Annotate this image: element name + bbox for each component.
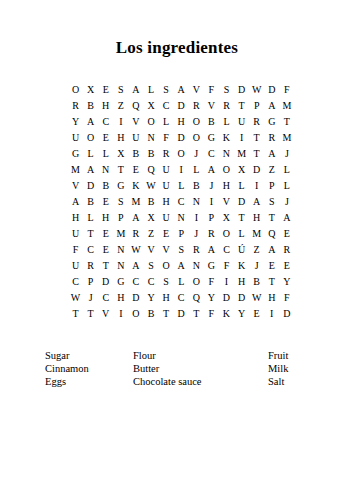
grid-cell: S	[113, 194, 128, 210]
grid-cell: H	[113, 130, 128, 146]
grid-cell: X	[143, 210, 158, 226]
grid-cell: C	[159, 98, 174, 114]
word-list-item: Eggs	[45, 375, 89, 388]
grid-cell: S	[159, 274, 174, 290]
grid-cell: J	[189, 146, 204, 162]
grid-cell: O	[189, 274, 204, 290]
grid-cell: C	[98, 290, 113, 306]
grid-cell: W	[249, 290, 264, 306]
grid-cell: A	[128, 258, 143, 274]
grid-cell: V	[189, 82, 204, 98]
grid-cell: R	[204, 226, 219, 242]
grid-cell: H	[113, 290, 128, 306]
grid-cell: G	[264, 114, 279, 130]
grid-cell: T	[249, 146, 264, 162]
grid-cell: C	[128, 274, 143, 290]
grid-cell: A	[249, 194, 264, 210]
grid-cell: Q	[264, 226, 279, 242]
grid-cell: K	[219, 130, 234, 146]
grid-cell: V	[159, 242, 174, 258]
grid-cell: Ú	[234, 242, 249, 258]
grid-cell: M	[249, 226, 264, 242]
grid-cell: R	[83, 258, 98, 274]
grid-cell: P	[174, 226, 189, 242]
grid-cell: E	[98, 130, 113, 146]
grid-cell: L	[234, 226, 249, 242]
grid-cell: L	[219, 114, 234, 130]
grid-cell: N	[219, 146, 234, 162]
grid-cell: X	[234, 162, 249, 178]
grid-cell: R	[264, 130, 279, 146]
grid-cell: X	[143, 98, 158, 114]
grid-cell: T	[68, 306, 83, 322]
grid-cell: O	[189, 130, 204, 146]
grid-cell: H	[219, 178, 234, 194]
grid-cell: P	[113, 210, 128, 226]
grid-cell: L	[234, 178, 249, 194]
grid-cell: I	[113, 306, 128, 322]
word-search-grid: OXESALSAVFSDWDFRBHZQXCDRVRTPAMYACIVOLHOB…	[68, 82, 294, 322]
grid-cell: A	[83, 114, 98, 130]
grid-cell: R	[128, 226, 143, 242]
grid-cell: P	[204, 210, 219, 226]
grid-cell: N	[113, 242, 128, 258]
grid-cell: B	[189, 178, 204, 194]
grid-cell: G	[113, 178, 128, 194]
grid-cell: A	[204, 162, 219, 178]
grid-cell: M	[113, 226, 128, 242]
grid-cell: B	[83, 98, 98, 114]
grid-cell: O	[128, 306, 143, 322]
grid-cell: Z	[113, 98, 128, 114]
page-title: Los ingredientes	[0, 38, 354, 58]
word-list-column-3: FruitMilkSalt	[268, 349, 288, 388]
grid-cell: D	[128, 290, 143, 306]
grid-cell: T	[159, 306, 174, 322]
grid-cell: S	[143, 258, 158, 274]
grid-cell: L	[174, 178, 189, 194]
grid-cell: R	[219, 98, 234, 114]
grid-cell: W	[68, 290, 83, 306]
grid-cell: A	[68, 194, 83, 210]
grid-cell: S	[264, 194, 279, 210]
grid-cell: Y	[234, 306, 249, 322]
grid-cell: J	[249, 258, 264, 274]
grid-cell: N	[174, 210, 189, 226]
grid-cell: E	[128, 162, 143, 178]
grid-cell: C	[174, 194, 189, 210]
grid-cell: L	[83, 210, 98, 226]
grid-cell: R	[249, 114, 264, 130]
grid-cell: A	[264, 242, 279, 258]
grid-cell: I	[234, 130, 249, 146]
grid-cell: U	[128, 130, 143, 146]
grid-cell: P	[264, 178, 279, 194]
grid-cell: X	[83, 82, 98, 98]
grid-cell: H	[174, 114, 189, 130]
grid-cell: F	[159, 130, 174, 146]
grid-cell: L	[143, 82, 158, 98]
grid-cell: T	[234, 98, 249, 114]
grid-cell: F	[68, 242, 83, 258]
grid-cell: F	[279, 290, 294, 306]
grid-cell: V	[128, 114, 143, 130]
grid-cell: D	[249, 162, 264, 178]
grid-cell: D	[234, 194, 249, 210]
grid-cell: E	[98, 194, 113, 210]
word-list-item: Cinnamon	[45, 362, 89, 375]
grid-cell: D	[264, 82, 279, 98]
grid-cell: Q	[128, 98, 143, 114]
grid-cell: I	[174, 162, 189, 178]
grid-cell: B	[98, 178, 113, 194]
grid-cell: M	[68, 162, 83, 178]
grid-cell: B	[143, 146, 158, 162]
grid-cell: A	[174, 258, 189, 274]
grid-cell: T	[83, 306, 98, 322]
grid-cell: U	[234, 114, 249, 130]
grid-cell: N	[98, 162, 113, 178]
grid-cell: U	[68, 226, 83, 242]
grid-cell: D	[174, 98, 189, 114]
grid-cell: R	[68, 98, 83, 114]
grid-cell: L	[83, 146, 98, 162]
grid-cell: D	[234, 290, 249, 306]
grid-cell: J	[279, 146, 294, 162]
grid-cell: Y	[68, 114, 83, 130]
grid-cell: A	[264, 98, 279, 114]
grid-cell: O	[174, 146, 189, 162]
grid-cell: H	[264, 290, 279, 306]
grid-cell: F	[204, 82, 219, 98]
grid-cell: F	[204, 306, 219, 322]
grid-cell: Y	[143, 290, 158, 306]
grid-cell: L	[189, 162, 204, 178]
grid-cell: C	[204, 146, 219, 162]
grid-cell: U	[159, 162, 174, 178]
grid-cell: T	[264, 210, 279, 226]
grid-cell: H	[249, 210, 264, 226]
grid-cell: K	[219, 306, 234, 322]
grid-cell: E	[279, 226, 294, 242]
grid-cell: D	[98, 274, 113, 290]
grid-cell: S	[174, 242, 189, 258]
grid-cell: H	[159, 290, 174, 306]
grid-cell: Y	[279, 274, 294, 290]
grid-cell: F	[204, 274, 219, 290]
grid-cell: V	[219, 194, 234, 210]
grid-cell: V	[143, 242, 158, 258]
grid-cell: R	[279, 242, 294, 258]
grid-cell: J	[83, 290, 98, 306]
grid-cell: A	[83, 162, 98, 178]
word-list-item: Flour	[133, 349, 202, 362]
grid-cell: M	[279, 130, 294, 146]
grid-cell: O	[219, 226, 234, 242]
grid-cell: I	[249, 178, 264, 194]
word-list-item: Chocolate sauce	[133, 375, 202, 388]
grid-cell: T	[83, 226, 98, 242]
grid-cell: S	[219, 82, 234, 98]
grid-cell: S	[113, 82, 128, 98]
grid-cell: E	[98, 82, 113, 98]
word-list-item: Butter	[133, 362, 202, 375]
grid-cell: T	[98, 258, 113, 274]
grid-cell: K	[128, 178, 143, 194]
grid-cell: I	[204, 194, 219, 210]
grid-cell: O	[189, 114, 204, 130]
grid-cell: M	[234, 146, 249, 162]
grid-cell: H	[98, 98, 113, 114]
grid-cell: J	[279, 194, 294, 210]
grid-cell: A	[204, 242, 219, 258]
grid-cell: I	[264, 306, 279, 322]
grid-cell: X	[113, 146, 128, 162]
grid-cell: T	[113, 162, 128, 178]
grid-cell: D	[174, 130, 189, 146]
grid-cell: O	[68, 82, 83, 98]
grid-cell: W	[128, 242, 143, 258]
grid-cell: G	[68, 146, 83, 162]
grid-cell: I	[219, 274, 234, 290]
grid-cell: T	[264, 274, 279, 290]
word-list-item: Sugar	[45, 349, 89, 362]
grid-cell: S	[159, 82, 174, 98]
grid-cell: C	[219, 242, 234, 258]
grid-cell: N	[189, 258, 204, 274]
grid-cell: B	[249, 274, 264, 290]
grid-cell: C	[68, 274, 83, 290]
grid-cell: V	[68, 178, 83, 194]
worksheet-page: Los ingredientes OXESALSAVFSDWDFRBHZQXCD…	[0, 0, 354, 500]
grid-cell: X	[219, 210, 234, 226]
grid-cell: R	[189, 242, 204, 258]
grid-cell: U	[159, 210, 174, 226]
grid-cell: J	[204, 178, 219, 194]
grid-cell: D	[279, 306, 294, 322]
grid-cell: C	[174, 290, 189, 306]
grid-cell: E	[264, 258, 279, 274]
grid-cell: I	[113, 114, 128, 130]
grid-cell: N	[189, 194, 204, 210]
grid-cell: U	[68, 258, 83, 274]
grid-cell: U	[68, 130, 83, 146]
grid-cell: L	[279, 162, 294, 178]
grid-cell: C	[98, 114, 113, 130]
grid-cell: F	[219, 258, 234, 274]
grid-cell: G	[113, 274, 128, 290]
word-list-item: Salt	[268, 375, 288, 388]
grid-cell: J	[189, 226, 204, 242]
grid-cell: Z	[143, 226, 158, 242]
grid-cell: T	[249, 130, 264, 146]
word-list-column-1: SugarCinnamonEggs	[45, 349, 89, 388]
grid-cell: T	[234, 210, 249, 226]
grid-cell: B	[204, 114, 219, 130]
grid-cell: R	[189, 98, 204, 114]
grid-cell: E	[98, 226, 113, 242]
grid-cell: M	[279, 98, 294, 114]
grid-cell: Z	[249, 242, 264, 258]
grid-cell: E	[279, 258, 294, 274]
grid-cell: H	[159, 194, 174, 210]
grid-cell: B	[83, 194, 98, 210]
grid-cell: O	[219, 162, 234, 178]
grid-cell: T	[279, 114, 294, 130]
grid-cell: F	[279, 82, 294, 98]
grid-cell: R	[159, 146, 174, 162]
grid-cell: E	[98, 242, 113, 258]
grid-cell: Q	[143, 162, 158, 178]
grid-cell: A	[128, 210, 143, 226]
word-list-item: Fruit	[268, 349, 288, 362]
grid-cell: W	[143, 178, 158, 194]
grid-cell: B	[143, 306, 158, 322]
grid-cell: H	[234, 274, 249, 290]
grid-cell: A	[174, 82, 189, 98]
grid-cell: U	[159, 178, 174, 194]
word-list-column-2: FlourButterChocolate sauce	[133, 349, 202, 388]
grid-cell: P	[83, 274, 98, 290]
grid-cell: L	[279, 178, 294, 194]
grid-cell: Z	[264, 162, 279, 178]
grid-cell: G	[204, 130, 219, 146]
grid-cell: L	[159, 114, 174, 130]
grid-cell: O	[143, 114, 158, 130]
grid-cell: T	[189, 306, 204, 322]
grid-cell: V	[98, 306, 113, 322]
grid-cell: W	[249, 82, 264, 98]
grid-cell: L	[174, 274, 189, 290]
grid-cell: A	[279, 210, 294, 226]
grid-cell: C	[83, 242, 98, 258]
grid-cell: I	[189, 210, 204, 226]
grid-cell: P	[249, 98, 264, 114]
grid-cell: A	[264, 146, 279, 162]
grid-cell: Y	[204, 290, 219, 306]
grid-cell: O	[159, 258, 174, 274]
grid-cell: D	[234, 82, 249, 98]
grid-cell: Q	[189, 290, 204, 306]
grid-cell: K	[234, 258, 249, 274]
grid-cell: L	[98, 146, 113, 162]
grid-cell: D	[83, 178, 98, 194]
grid-cell: G	[204, 258, 219, 274]
grid-cell: H	[98, 210, 113, 226]
grid-cell: D	[219, 290, 234, 306]
grid-cell: A	[128, 82, 143, 98]
grid-cell: E	[159, 226, 174, 242]
grid-cell: B	[128, 146, 143, 162]
grid-cell: B	[143, 194, 158, 210]
grid-cell: C	[143, 274, 158, 290]
word-list-item: Milk	[268, 362, 288, 375]
grid-cell: E	[249, 306, 264, 322]
grid-cell: M	[128, 194, 143, 210]
grid-cell: D	[174, 306, 189, 322]
grid-cell: N	[143, 130, 158, 146]
grid-cell: H	[68, 210, 83, 226]
grid-cell: O	[83, 130, 98, 146]
grid-cell: N	[113, 258, 128, 274]
grid-cell: V	[204, 98, 219, 114]
